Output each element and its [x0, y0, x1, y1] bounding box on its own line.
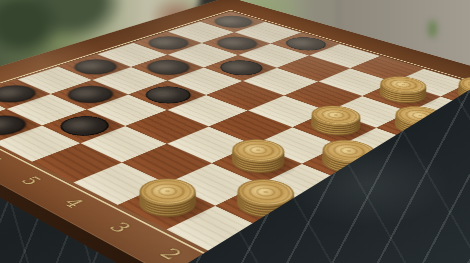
checker-light-c3[interactable]: ⛂: [221, 148, 294, 180]
photo-frame: ⛂⛂⛂⛂⛂⛂⛂⛂⛂⛂⛂⛂⛀⛀⛀⛀⛀⛀⛀⛀⛀⛀⛀⛀ 12345678ABCDEFG…: [0, 0, 470, 263]
